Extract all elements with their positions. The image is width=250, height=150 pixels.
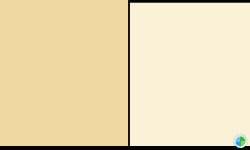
letterbox-bar xyxy=(0,146,250,150)
board-grid xyxy=(0,0,130,146)
watermark xyxy=(234,135,248,148)
app-window xyxy=(0,0,250,150)
xiangqi-board[interactable] xyxy=(0,0,130,146)
analysis-table-header xyxy=(130,3,250,14)
analysis-panel xyxy=(130,2,250,147)
watermark-logo-icon xyxy=(234,135,247,148)
